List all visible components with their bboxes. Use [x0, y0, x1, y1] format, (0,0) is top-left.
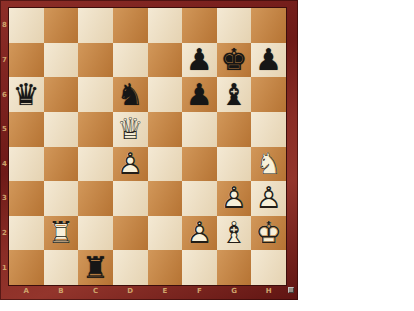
- square-h1[interactable]: [251, 250, 286, 285]
- square-h8[interactable]: [251, 8, 286, 43]
- square-b3[interactable]: [44, 181, 79, 216]
- square-g2[interactable]: ♝: [217, 216, 252, 251]
- square-d8[interactable]: [113, 8, 148, 43]
- chess-board: 87654321 ♟♚♟♛♞♟♝♛♟♞♟♟♜♟♝♚♜ ABCDEFGH: [0, 0, 298, 300]
- file-label-d: D: [113, 285, 148, 297]
- square-c1[interactable]: ♜: [78, 250, 113, 285]
- square-e7[interactable]: [148, 43, 183, 78]
- white-pawn[interactable]: ♟: [182, 216, 217, 251]
- square-d6[interactable]: ♞: [113, 77, 148, 112]
- square-b4[interactable]: [44, 147, 79, 182]
- square-f3[interactable]: [182, 181, 217, 216]
- square-a1[interactable]: [9, 250, 44, 285]
- square-g8[interactable]: [217, 8, 252, 43]
- square-a8[interactable]: [9, 8, 44, 43]
- square-b2[interactable]: ♜: [44, 216, 79, 251]
- square-h4[interactable]: ♞: [251, 147, 286, 182]
- black-pawn[interactable]: ♟: [182, 77, 217, 112]
- square-h5[interactable]: [251, 112, 286, 147]
- white-bishop[interactable]: ♝: [217, 216, 252, 251]
- black-knight[interactable]: ♞: [113, 77, 148, 112]
- square-f6[interactable]: ♟: [182, 77, 217, 112]
- square-c8[interactable]: [78, 8, 113, 43]
- rank-label-1: 1: [0, 250, 9, 285]
- rank-label-7: 7: [0, 43, 9, 78]
- square-f8[interactable]: [182, 8, 217, 43]
- square-f2[interactable]: ♟: [182, 216, 217, 251]
- board-squares: ♟♚♟♛♞♟♝♛♟♞♟♟♜♟♝♚♜: [9, 8, 286, 285]
- square-h3[interactable]: ♟: [251, 181, 286, 216]
- white-pawn[interactable]: ♟: [113, 147, 148, 182]
- file-label-e: E: [148, 285, 183, 297]
- square-g1[interactable]: [217, 250, 252, 285]
- square-f5[interactable]: [182, 112, 217, 147]
- rank-labels: 87654321: [0, 8, 9, 285]
- black-pawn[interactable]: ♟: [251, 43, 286, 78]
- square-c6[interactable]: [78, 77, 113, 112]
- square-g6[interactable]: ♝: [217, 77, 252, 112]
- square-e3[interactable]: [148, 181, 183, 216]
- white-king[interactable]: ♚: [251, 216, 286, 251]
- square-f7[interactable]: ♟: [182, 43, 217, 78]
- square-a5[interactable]: [9, 112, 44, 147]
- square-h7[interactable]: ♟: [251, 43, 286, 78]
- square-b7[interactable]: [44, 43, 79, 78]
- file-labels: ABCDEFGH: [9, 285, 286, 297]
- square-g5[interactable]: [217, 112, 252, 147]
- rank-label-8: 8: [0, 8, 9, 43]
- square-h2[interactable]: ♚: [251, 216, 286, 251]
- square-b8[interactable]: [44, 8, 79, 43]
- square-e2[interactable]: [148, 216, 183, 251]
- white-pawn[interactable]: ♟: [251, 181, 286, 216]
- file-label-a: A: [9, 285, 44, 297]
- black-queen[interactable]: ♛: [9, 77, 44, 112]
- black-king[interactable]: ♚: [217, 43, 252, 78]
- black-rook[interactable]: ♜: [78, 250, 113, 285]
- square-f4[interactable]: [182, 147, 217, 182]
- rank-label-6: 6: [0, 77, 9, 112]
- square-c5[interactable]: [78, 112, 113, 147]
- square-d7[interactable]: [113, 43, 148, 78]
- square-a2[interactable]: [9, 216, 44, 251]
- white-knight[interactable]: ♞: [251, 147, 286, 182]
- rank-label-3: 3: [0, 181, 9, 216]
- square-h6[interactable]: [251, 77, 286, 112]
- board-corner-marker: [288, 287, 294, 293]
- page-background: 87654321 ♟♚♟♛♞♟♝♛♟♞♟♟♜♟♝♚♜ ABCDEFGH: [0, 0, 414, 311]
- white-rook[interactable]: ♜: [44, 216, 79, 251]
- rank-label-4: 4: [0, 147, 9, 182]
- square-d3[interactable]: [113, 181, 148, 216]
- square-a3[interactable]: [9, 181, 44, 216]
- square-c2[interactable]: [78, 216, 113, 251]
- square-b5[interactable]: [44, 112, 79, 147]
- square-d1[interactable]: [113, 250, 148, 285]
- square-c3[interactable]: [78, 181, 113, 216]
- file-label-f: F: [182, 285, 217, 297]
- black-bishop[interactable]: ♝: [217, 77, 252, 112]
- square-c7[interactable]: [78, 43, 113, 78]
- white-queen[interactable]: ♛: [113, 112, 148, 147]
- file-label-c: C: [78, 285, 113, 297]
- square-e5[interactable]: [148, 112, 183, 147]
- square-a6[interactable]: ♛: [9, 77, 44, 112]
- square-f1[interactable]: [182, 250, 217, 285]
- file-label-h: H: [251, 285, 286, 297]
- square-e8[interactable]: [148, 8, 183, 43]
- square-d2[interactable]: [113, 216, 148, 251]
- rank-label-2: 2: [0, 216, 9, 251]
- square-e4[interactable]: [148, 147, 183, 182]
- file-label-b: B: [44, 285, 79, 297]
- square-d5[interactable]: ♛: [113, 112, 148, 147]
- file-label-g: G: [217, 285, 252, 297]
- square-e1[interactable]: [148, 250, 183, 285]
- square-a4[interactable]: [9, 147, 44, 182]
- square-g4[interactable]: [217, 147, 252, 182]
- square-d4[interactable]: ♟: [113, 147, 148, 182]
- square-a7[interactable]: [9, 43, 44, 78]
- square-g3[interactable]: ♟: [217, 181, 252, 216]
- square-c4[interactable]: [78, 147, 113, 182]
- square-b6[interactable]: [44, 77, 79, 112]
- square-b1[interactable]: [44, 250, 79, 285]
- black-pawn[interactable]: ♟: [182, 43, 217, 78]
- square-g7[interactable]: ♚: [217, 43, 252, 78]
- rank-label-5: 5: [0, 112, 9, 147]
- white-pawn[interactable]: ♟: [217, 181, 252, 216]
- square-e6[interactable]: [148, 77, 183, 112]
